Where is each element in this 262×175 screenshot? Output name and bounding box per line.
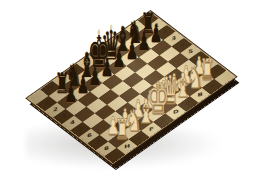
chess-set-photo: HGFEDCBA1122334455667788HGFEDCBA ♜♞♝♚♛♝♞… <box>0 0 262 175</box>
